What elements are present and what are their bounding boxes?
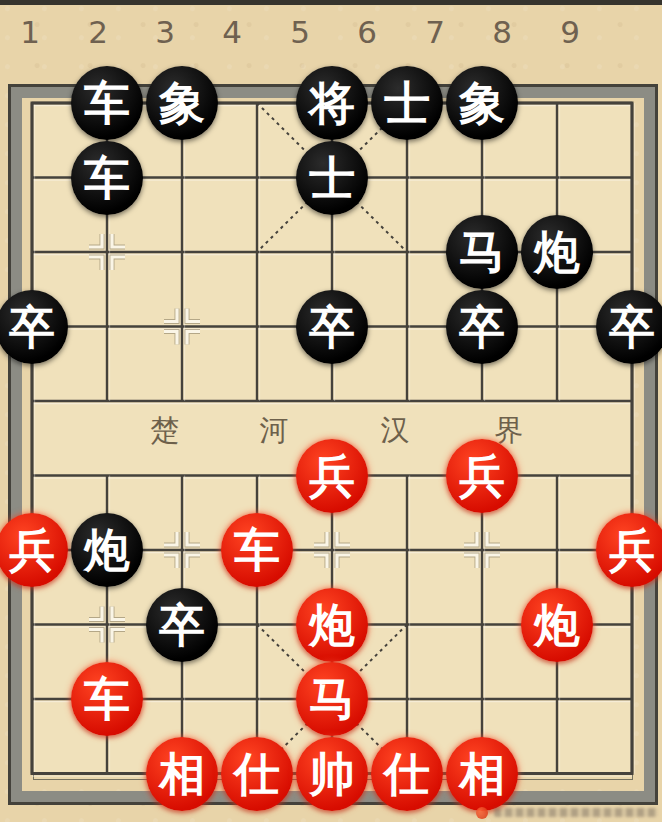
piece-red-f4r7[interactable]: 车	[221, 513, 293, 587]
piece-red-f8r8[interactable]: 炮	[521, 588, 593, 662]
piece-black-f7r1[interactable]: 象	[446, 66, 518, 140]
piece-red-f5r10[interactable]: 帅	[296, 737, 368, 811]
piece-black-f2r1[interactable]: 车	[71, 66, 143, 140]
piece-black-f1r4[interactable]: 卒	[0, 290, 68, 364]
piece-red-f7r10[interactable]: 相	[446, 737, 518, 811]
piece-red-f6r10[interactable]: 仕	[371, 737, 443, 811]
piece-black-f6r1[interactable]: 士	[371, 66, 443, 140]
piece-red-f5r6[interactable]: 兵	[296, 439, 368, 513]
piece-black-f9r4[interactable]: 卒	[596, 290, 662, 364]
piece-red-f5r8[interactable]: 炮	[296, 588, 368, 662]
piece-red-f5r9[interactable]: 马	[296, 662, 368, 736]
piece-black-f2r2[interactable]: 车	[71, 141, 143, 215]
piece-black-f5r1[interactable]: 将	[296, 66, 368, 140]
watermark	[476, 805, 658, 820]
piece-red-f3r10[interactable]: 相	[146, 737, 218, 811]
piece-black-f3r8[interactable]: 卒	[146, 588, 218, 662]
piece-black-f5r2[interactable]: 士	[296, 141, 368, 215]
piece-red-f4r10[interactable]: 仕	[221, 737, 293, 811]
piece-red-f7r6[interactable]: 兵	[446, 439, 518, 513]
piece-black-f2r7[interactable]: 炮	[71, 513, 143, 587]
watermark-smudge	[494, 808, 658, 817]
piece-red-f2r9[interactable]: 车	[71, 662, 143, 736]
piece-red-f1r7[interactable]: 兵	[0, 513, 68, 587]
xiangqi-screen: 123456789 楚河汉界 车象将士象车士马炮卒卒卒卒兵兵兵炮车兵卒炮炮车马相…	[0, 0, 662, 822]
watermark-logo-icon	[476, 807, 488, 819]
piece-black-f8r3[interactable]: 炮	[521, 215, 593, 289]
piece-grid: 车象将士象车士马炮卒卒卒卒兵兵兵炮车兵卒炮炮车马相仕帅仕相	[0, 66, 662, 811]
piece-black-f3r1[interactable]: 象	[146, 66, 218, 140]
piece-black-f5r4[interactable]: 卒	[296, 290, 368, 364]
piece-black-f7r4[interactable]: 卒	[446, 290, 518, 364]
piece-red-f9r7[interactable]: 兵	[596, 513, 662, 587]
piece-black-f7r3[interactable]: 马	[446, 215, 518, 289]
